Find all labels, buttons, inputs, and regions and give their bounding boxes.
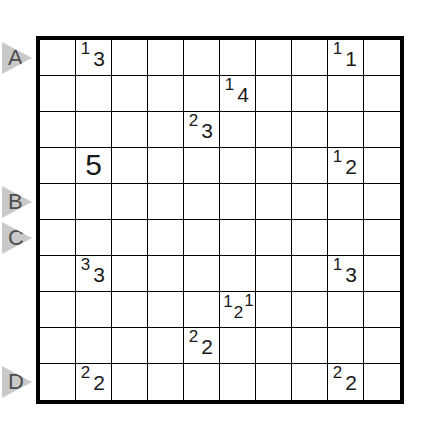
cell-r3c4[interactable]: [148, 112, 184, 148]
cell-r3c9[interactable]: [328, 112, 364, 148]
cell-r6c8[interactable]: [292, 220, 328, 256]
tapa-clue-r9c5: 22: [184, 328, 220, 364]
cell-r8c8[interactable]: [292, 292, 328, 328]
cell-r9c9[interactable]: [328, 328, 364, 364]
cell-r3c8[interactable]: [292, 112, 328, 148]
cell-r7c10[interactable]: [364, 256, 400, 292]
clue-digit: 3: [91, 265, 107, 285]
cell-r4c7[interactable]: [256, 148, 292, 184]
cell-r3c1[interactable]: [40, 112, 76, 148]
cell-r5c1[interactable]: [40, 184, 76, 220]
cell-r7c4[interactable]: [148, 256, 184, 292]
cell-r5c5[interactable]: [184, 184, 220, 220]
row-marker-label: A: [8, 47, 23, 69]
cell-r2c3[interactable]: [112, 76, 148, 112]
cell-r9c8[interactable]: [292, 328, 328, 364]
cell-r7c7[interactable]: [256, 256, 292, 292]
cell-r3c2[interactable]: [76, 112, 112, 148]
cell-r8c2[interactable]: [76, 292, 112, 328]
cell-r1c7[interactable]: [256, 40, 292, 76]
cell-r2c10[interactable]: [364, 76, 400, 112]
tapa-clue-r2c6: 14: [220, 76, 256, 112]
tapa-clue-r1c2: 13: [76, 40, 112, 76]
cell-r5c7[interactable]: [256, 184, 292, 220]
cell-r8c9[interactable]: [328, 292, 364, 328]
cell-r2c5[interactable]: [184, 76, 220, 112]
cell-r6c9[interactable]: [328, 220, 364, 256]
cell-r8c5[interactable]: [184, 292, 220, 328]
cell-r1c8[interactable]: [292, 40, 328, 76]
cell-r9c7[interactable]: [256, 328, 292, 364]
cell-r9c3[interactable]: [112, 328, 148, 364]
cell-r9c6[interactable]: [220, 328, 256, 364]
cell-r6c3[interactable]: [112, 220, 148, 256]
tapa-clue-r4c9: 12: [328, 148, 364, 184]
row-marker-B: B: [2, 186, 32, 218]
clue-digit: 3: [199, 121, 215, 141]
clue-digit: 4: [235, 85, 251, 105]
clue-digit: 2: [199, 337, 215, 357]
cell-r9c1[interactable]: [40, 328, 76, 364]
cell-r2c4[interactable]: [148, 76, 184, 112]
clue-digit: 2: [343, 157, 359, 177]
cell-r9c10[interactable]: [364, 328, 400, 364]
row-marker-A: A: [2, 42, 32, 74]
cell-r8c7[interactable]: [256, 292, 292, 328]
cell-r6c5[interactable]: [184, 220, 220, 256]
cell-r5c3[interactable]: [112, 184, 148, 220]
cell-r7c5[interactable]: [184, 256, 220, 292]
cell-r4c5[interactable]: [184, 148, 220, 184]
row-marker-C: C: [2, 222, 32, 254]
row-marker-D: D: [2, 366, 32, 398]
cell-r5c6[interactable]: [220, 184, 256, 220]
tapa-clue-r10c9: 22: [328, 364, 364, 400]
row-marker-label: B: [8, 191, 23, 213]
cell-r10c4[interactable]: [148, 364, 184, 400]
clue-digit: 1: [243, 293, 255, 309]
cell-r5c4[interactable]: [148, 184, 184, 220]
tapa-clue-r4c2: 5: [76, 148, 112, 184]
cell-r4c1[interactable]: [40, 148, 76, 184]
clue-digit: 5: [76, 148, 111, 183]
cell-r6c1[interactable]: [40, 220, 76, 256]
cell-r8c4[interactable]: [148, 292, 184, 328]
tapa-clue-r10c2: 22: [76, 364, 112, 400]
cell-r2c9[interactable]: [328, 76, 364, 112]
cell-r10c6[interactable]: [220, 364, 256, 400]
cell-r7c3[interactable]: [112, 256, 148, 292]
clue-digit: 3: [91, 49, 107, 69]
cell-r8c10[interactable]: [364, 292, 400, 328]
cell-r2c1[interactable]: [40, 76, 76, 112]
cell-r5c2[interactable]: [76, 184, 112, 220]
tapa-clue-r8c6: 121: [220, 292, 256, 328]
tapa-clue-r7c9: 13: [328, 256, 364, 292]
cell-r7c8[interactable]: [292, 256, 328, 292]
cell-r4c3[interactable]: [112, 148, 148, 184]
puzzle-grid: 131114235123313121222222: [36, 36, 404, 404]
cell-r10c1[interactable]: [40, 364, 76, 400]
cell-r4c8[interactable]: [292, 148, 328, 184]
row-marker-label: C: [8, 227, 24, 249]
cell-r5c9[interactable]: [328, 184, 364, 220]
cell-r8c1[interactable]: [40, 292, 76, 328]
cell-r7c1[interactable]: [40, 256, 76, 292]
cell-r6c4[interactable]: [148, 220, 184, 256]
cell-r3c10[interactable]: [364, 112, 400, 148]
tapa-clue-r1c9: 11: [328, 40, 364, 76]
clue-digit: 1: [343, 49, 359, 69]
cell-r8c3[interactable]: [112, 292, 148, 328]
cell-r2c7[interactable]: [256, 76, 292, 112]
cell-r10c5[interactable]: [184, 364, 220, 400]
cell-r10c3[interactable]: [112, 364, 148, 400]
cell-r6c2[interactable]: [76, 220, 112, 256]
cell-r5c10[interactable]: [364, 184, 400, 220]
cell-r1c1[interactable]: [40, 40, 76, 76]
cell-r1c3[interactable]: [112, 40, 148, 76]
cell-r3c3[interactable]: [112, 112, 148, 148]
cell-r5c8[interactable]: [292, 184, 328, 220]
cell-r9c2[interactable]: [76, 328, 112, 364]
clue-digit: 2: [343, 373, 359, 393]
clue-digit: 2: [91, 373, 107, 393]
cell-r4c6[interactable]: [220, 148, 256, 184]
row-marker-label: D: [8, 371, 24, 393]
cell-r4c10[interactable]: [364, 148, 400, 184]
cell-r3c7[interactable]: [256, 112, 292, 148]
cell-r1c6[interactable]: [220, 40, 256, 76]
cell-r2c2[interactable]: [76, 76, 112, 112]
clue-digit: 3: [343, 265, 359, 285]
cell-r1c10[interactable]: [364, 40, 400, 76]
cell-r3c6[interactable]: [220, 112, 256, 148]
tapa-clue-r3c5: 23: [184, 112, 220, 148]
cell-r10c10[interactable]: [364, 364, 400, 400]
cell-r7c6[interactable]: [220, 256, 256, 292]
tapa-puzzle-canvas: ABCD 131114235123313121222222: [0, 0, 443, 444]
cell-r6c7[interactable]: [256, 220, 292, 256]
cell-r10c8[interactable]: [292, 364, 328, 400]
cell-r4c4[interactable]: [148, 148, 184, 184]
cell-r6c10[interactable]: [364, 220, 400, 256]
cell-r6c6[interactable]: [220, 220, 256, 256]
cell-r2c8[interactable]: [292, 76, 328, 112]
cell-r1c5[interactable]: [184, 40, 220, 76]
cell-r9c4[interactable]: [148, 328, 184, 364]
cell-r1c4[interactable]: [148, 40, 184, 76]
cell-r10c7[interactable]: [256, 364, 292, 400]
tapa-clue-r7c2: 33: [76, 256, 112, 292]
